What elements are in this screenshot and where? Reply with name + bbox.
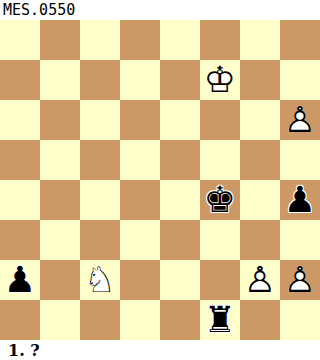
black-pawn: ♟ <box>280 180 320 220</box>
square-h7[interactable] <box>280 60 320 100</box>
square-f8[interactable] <box>200 20 240 60</box>
square-a5[interactable] <box>0 140 40 180</box>
black-king: ♚ <box>200 180 240 220</box>
square-b6[interactable] <box>40 100 80 140</box>
square-d5[interactable] <box>120 140 160 180</box>
square-f2[interactable] <box>200 260 240 300</box>
square-g4[interactable] <box>240 180 280 220</box>
square-h1[interactable] <box>280 300 320 340</box>
square-c8[interactable] <box>80 20 120 60</box>
square-d6[interactable] <box>120 100 160 140</box>
square-b5[interactable] <box>40 140 80 180</box>
square-d3[interactable] <box>120 220 160 260</box>
square-e3[interactable] <box>160 220 200 260</box>
square-h4[interactable]: ♟ <box>280 180 320 220</box>
square-c1[interactable] <box>80 300 120 340</box>
square-c2[interactable]: ♞♘ <box>80 260 120 300</box>
square-a1[interactable] <box>0 300 40 340</box>
white-pawn: ♟♙ <box>240 260 280 300</box>
square-b1[interactable] <box>40 300 80 340</box>
square-d4[interactable] <box>120 180 160 220</box>
white-knight: ♞♘ <box>80 260 120 300</box>
square-a6[interactable] <box>0 100 40 140</box>
square-g6[interactable] <box>240 100 280 140</box>
square-g5[interactable] <box>240 140 280 180</box>
square-e5[interactable] <box>160 140 200 180</box>
square-b4[interactable] <box>40 180 80 220</box>
square-e1[interactable] <box>160 300 200 340</box>
square-b3[interactable] <box>40 220 80 260</box>
square-c5[interactable] <box>80 140 120 180</box>
square-e4[interactable] <box>160 180 200 220</box>
black-pawn: ♟ <box>0 260 40 300</box>
square-a2[interactable]: ♟ <box>0 260 40 300</box>
square-d8[interactable] <box>120 20 160 60</box>
square-g2[interactable]: ♟♙ <box>240 260 280 300</box>
square-h5[interactable] <box>280 140 320 180</box>
square-g7[interactable] <box>240 60 280 100</box>
square-h8[interactable] <box>280 20 320 60</box>
square-f5[interactable] <box>200 140 240 180</box>
white-king: ♚♔ <box>200 60 240 100</box>
square-c7[interactable] <box>80 60 120 100</box>
square-e2[interactable] <box>160 260 200 300</box>
square-g1[interactable] <box>240 300 280 340</box>
square-e7[interactable] <box>160 60 200 100</box>
square-c4[interactable] <box>80 180 120 220</box>
square-f7[interactable]: ♚♔ <box>200 60 240 100</box>
puzzle-id-title: MES.0550 <box>0 0 320 20</box>
square-e8[interactable] <box>160 20 200 60</box>
square-b8[interactable] <box>40 20 80 60</box>
square-g8[interactable] <box>240 20 280 60</box>
square-d1[interactable] <box>120 300 160 340</box>
black-rook: ♜ <box>200 300 240 340</box>
square-b7[interactable] <box>40 60 80 100</box>
square-d2[interactable] <box>120 260 160 300</box>
square-c6[interactable] <box>80 100 120 140</box>
square-e6[interactable] <box>160 100 200 140</box>
white-pawn: ♟♙ <box>280 100 320 140</box>
square-h3[interactable] <box>280 220 320 260</box>
chess-board: ♚♔♟♙♚♟♟♞♘♟♙♟♙♜ <box>0 20 320 340</box>
square-a8[interactable] <box>0 20 40 60</box>
square-a7[interactable] <box>0 60 40 100</box>
square-g3[interactable] <box>240 220 280 260</box>
square-h2[interactable]: ♟♙ <box>280 260 320 300</box>
square-f1[interactable]: ♜ <box>200 300 240 340</box>
square-a4[interactable] <box>0 180 40 220</box>
white-pawn: ♟♙ <box>280 260 320 300</box>
square-f4[interactable]: ♚ <box>200 180 240 220</box>
square-f6[interactable] <box>200 100 240 140</box>
square-f3[interactable] <box>200 220 240 260</box>
square-h6[interactable]: ♟♙ <box>280 100 320 140</box>
chess-puzzle-view: MES.0550 ♚♔♟♙♚♟♟♞♘♟♙♟♙♜ 1. ? <box>0 0 320 360</box>
square-b2[interactable] <box>40 260 80 300</box>
square-d7[interactable] <box>120 60 160 100</box>
move-prompt: 1. ? <box>0 340 320 360</box>
square-c3[interactable] <box>80 220 120 260</box>
square-a3[interactable] <box>0 220 40 260</box>
